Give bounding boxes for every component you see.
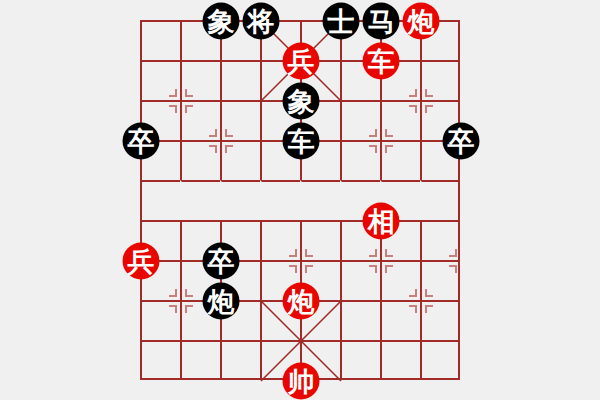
app-background: 象将士马炮兵车象卒车卒相兵卒炮炮帅 [0,0,600,400]
point-marker [425,105,433,113]
point-marker [409,105,417,113]
piece-black-chariot[interactable]: 车 [283,123,320,160]
point-marker [425,305,433,313]
piece-red-cannon[interactable]: 炮 [403,3,440,40]
point-marker [169,89,177,97]
board-cell [260,180,300,220]
board-cell [220,180,260,220]
point-marker [385,145,393,153]
point-marker [169,289,177,297]
board-cell [140,180,180,220]
board-cell [180,180,220,220]
piece-red-soldier[interactable]: 兵 [283,43,320,80]
board-cell [420,340,460,380]
point-marker [305,265,313,273]
point-marker [185,305,193,313]
point-marker [369,145,377,153]
point-marker [185,89,193,97]
point-marker [185,105,193,113]
piece-black-advisor[interactable]: 士 [323,3,360,40]
point-marker [385,129,393,137]
point-marker [449,249,457,257]
board-cell [380,340,420,380]
board-cell [220,340,260,380]
point-marker [185,289,193,297]
piece-black-soldier[interactable]: 卒 [203,243,240,280]
point-marker [369,129,377,137]
piece-red-elephant[interactable]: 相 [363,203,400,240]
board-cell [140,20,180,60]
piece-red-chariot[interactable]: 车 [363,43,400,80]
point-marker [169,305,177,313]
point-marker [225,145,233,153]
board-cell [340,300,380,340]
point-marker [409,305,417,313]
board-cell [180,340,220,380]
point-marker [209,145,217,153]
point-marker [409,289,417,297]
point-marker [425,289,433,297]
board-cell [140,340,180,380]
piece-black-soldier[interactable]: 卒 [443,123,480,160]
board-cell [340,340,380,380]
board-cell [420,180,460,220]
point-marker [289,265,297,273]
point-marker [385,249,393,257]
piece-red-soldier[interactable]: 兵 [123,243,160,280]
point-marker [409,89,417,97]
piece-red-general[interactable]: 帅 [283,363,320,400]
board-cell [220,60,260,100]
point-marker [425,89,433,97]
piece-black-general[interactable]: 将 [243,3,280,40]
point-marker [369,249,377,257]
board-cell [300,180,340,220]
piece-black-cannon[interactable]: 炮 [203,283,240,320]
point-marker [225,129,233,137]
piece-black-soldier[interactable]: 卒 [123,123,160,160]
point-marker [305,249,313,257]
piece-black-horse[interactable]: 马 [363,3,400,40]
point-marker [385,265,393,273]
xiangqi-board[interactable]: 象将士马炮兵车象卒车卒相兵卒炮炮帅 [140,20,460,380]
piece-black-elephant[interactable]: 象 [203,3,240,40]
point-marker [209,129,217,137]
piece-black-elephant[interactable]: 象 [283,83,320,120]
point-marker [289,249,297,257]
point-marker [449,265,457,273]
point-marker [169,105,177,113]
point-marker [369,265,377,273]
piece-red-cannon[interactable]: 炮 [283,283,320,320]
